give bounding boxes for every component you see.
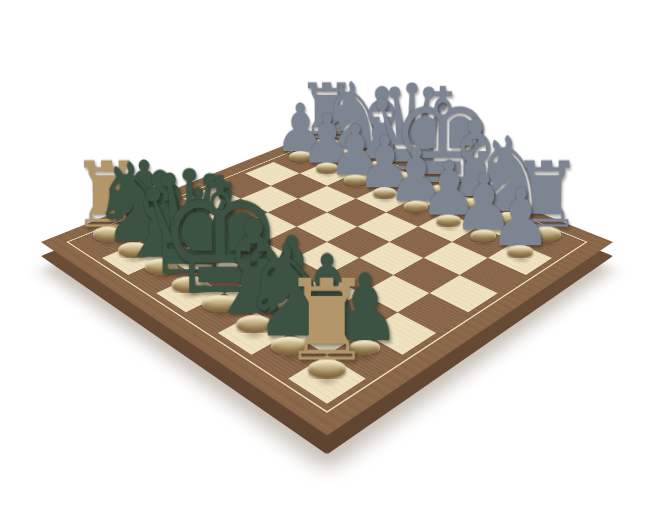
white-rook-glyph: ♜: [282, 275, 372, 365]
chess-set-photo: ♜♞♝♛♚♝♞♜♟♟♟♟♟♟♟♟♟♟♟♟♟♟♟♟♜♞♝♛♚♝♞♜: [0, 0, 650, 520]
board-border: ♜♞♝♛♚♝♞♜♟♟♟♟♟♟♟♟♟♟♟♟♟♟♟♟♜♞♝♛♚♝♞♜: [41, 129, 613, 436]
piece-base: [308, 360, 346, 379]
black-pawn-glyph: ♟: [489, 186, 553, 250]
piece-base: [507, 245, 533, 258]
piece-white-rook-h1: ♜: [288, 355, 366, 404]
play-area: ♜♞♝♛♚♝♞♜♟♟♟♟♟♟♟♟♟♟♟♟♟♟♟♟♜♞♝♛♚♝♞♜: [77, 140, 577, 404]
chess-board: ♜♞♝♛♚♝♞♜♟♟♟♟♟♟♟♟♟♟♟♟♟♟♟♟♜♞♝♛♚♝♞♜: [41, 129, 613, 436]
